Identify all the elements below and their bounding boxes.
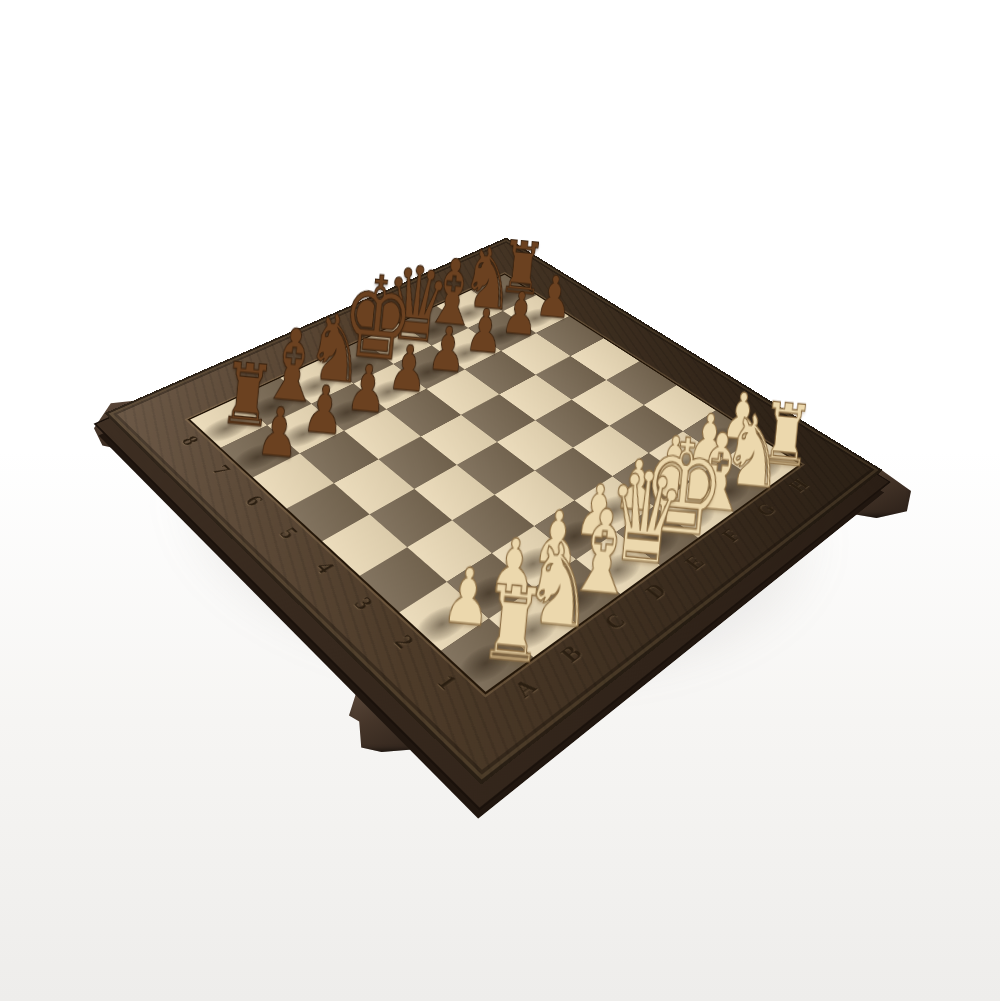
scene: ♜♝♞♚♛♝♞♜♟♟♟♟♟♟♟♟♟♟♟♟♟♟♟♟♜♞♝♛♚♝♞♜ ABCDEFG… <box>0 0 1000 1001</box>
piece-black-pawn: ♟ <box>255 398 303 466</box>
square-b4 <box>370 489 453 547</box>
piece-black-pawn: ♟ <box>301 377 348 443</box>
chess-board: ♜♝♞♚♛♝♞♜♟♟♟♟♟♟♟♟♟♟♟♟♟♟♟♟♜♞♝♛♚♝♞♜ ABCDEFG… <box>104 238 882 785</box>
piece-black-pawn: ♟ <box>345 356 390 421</box>
studio-backdrop: ♜♝♞♚♛♝♞♜♟♟♟♟♟♟♟♟♟♟♟♟♟♟♟♟♜♞♝♛♚♝♞♜ ABCDEFG… <box>0 0 1000 1001</box>
piece-black-pawn: ♟ <box>386 337 430 400</box>
rank-label: 8 <box>156 421 224 462</box>
piece-black-pawn: ♟ <box>464 301 506 361</box>
piece-white-rook: ♜ <box>477 573 549 676</box>
piece-black-pawn: ♟ <box>426 318 469 379</box>
board-frame: ♜♝♞♚♛♝♞♜♟♟♟♟♟♟♟♟♟♟♟♟♟♟♟♟♜♞♝♛♚♝♞♜ ABCDEFG… <box>104 238 882 785</box>
piece-black-pawn: ♟ <box>500 284 541 343</box>
